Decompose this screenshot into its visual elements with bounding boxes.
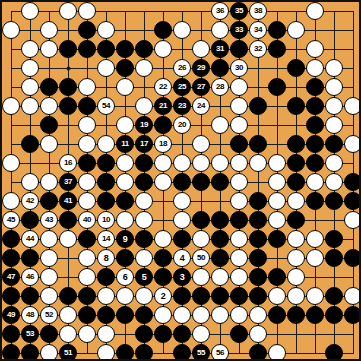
black-stone[interactable]: [59, 97, 77, 115]
white-stone[interactable]: 32: [249, 40, 267, 58]
white-stone[interactable]: [192, 306, 210, 324]
black-stone[interactable]: [325, 135, 343, 153]
white-stone[interactable]: [306, 230, 324, 248]
black-stone[interactable]: [268, 21, 286, 39]
black-stone[interactable]: 9: [116, 230, 134, 248]
move-number-label: 53: [26, 326, 34, 342]
black-stone[interactable]: [268, 40, 286, 58]
black-stone[interactable]: [135, 344, 153, 361]
black-stone[interactable]: [249, 287, 267, 305]
black-stone[interactable]: [173, 173, 191, 191]
black-stone[interactable]: [116, 306, 134, 324]
black-stone[interactable]: [173, 230, 191, 248]
white-stone[interactable]: [59, 325, 77, 343]
black-stone[interactable]: [173, 325, 191, 343]
white-stone[interactable]: [173, 306, 191, 324]
white-stone[interactable]: [192, 135, 210, 153]
black-stone[interactable]: [230, 287, 248, 305]
white-stone[interactable]: [211, 268, 229, 286]
black-stone[interactable]: [2, 325, 20, 343]
white-stone[interactable]: [154, 230, 172, 248]
black-stone[interactable]: [78, 21, 96, 39]
white-stone[interactable]: 56: [211, 344, 229, 361]
move-number-label: 45: [7, 212, 15, 228]
white-stone[interactable]: [192, 230, 210, 248]
move-number-label: 52: [45, 307, 53, 323]
black-stone[interactable]: [97, 192, 115, 210]
black-stone[interactable]: 53: [21, 325, 39, 343]
black-stone[interactable]: [268, 268, 286, 286]
white-stone[interactable]: [249, 325, 267, 343]
black-stone[interactable]: [59, 287, 77, 305]
black-stone[interactable]: [2, 249, 20, 267]
black-stone[interactable]: [325, 192, 343, 210]
white-stone[interactable]: [2, 192, 20, 210]
move-number-label: 42: [26, 193, 34, 209]
black-stone[interactable]: [306, 78, 324, 96]
black-stone[interactable]: [21, 249, 39, 267]
black-stone[interactable]: 25: [173, 78, 191, 96]
white-stone[interactable]: 44: [21, 230, 39, 248]
black-stone[interactable]: [21, 135, 39, 153]
white-stone[interactable]: [78, 325, 96, 343]
white-stone[interactable]: [97, 325, 115, 343]
go-board[interactable]: 3635383334313226293022252728542123241920…: [2, 2, 361, 361]
black-stone[interactable]: [306, 192, 324, 210]
white-stone[interactable]: [2, 21, 20, 39]
black-stone[interactable]: [211, 249, 229, 267]
white-stone[interactable]: [154, 173, 172, 191]
white-stone[interactable]: [268, 287, 286, 305]
move-number-label: 55: [197, 345, 205, 361]
white-stone[interactable]: 10: [97, 211, 115, 229]
white-stone[interactable]: [268, 344, 286, 361]
black-stone[interactable]: [249, 344, 267, 361]
move-number-label: 11: [121, 136, 128, 152]
black-stone[interactable]: [287, 306, 305, 324]
white-stone[interactable]: [2, 97, 20, 115]
black-stone[interactable]: [249, 192, 267, 210]
black-stone[interactable]: [268, 306, 286, 324]
white-stone[interactable]: [2, 154, 20, 172]
black-stone[interactable]: [325, 230, 343, 248]
black-stone[interactable]: [230, 135, 248, 153]
move-number-label: 37: [64, 174, 72, 190]
black-stone[interactable]: [173, 344, 191, 361]
white-stone[interactable]: [230, 173, 248, 191]
black-stone[interactable]: 35: [230, 2, 248, 20]
white-stone[interactable]: [135, 249, 153, 267]
white-stone[interactable]: [40, 287, 58, 305]
white-stone[interactable]: [268, 211, 286, 229]
white-stone[interactable]: [173, 192, 191, 210]
white-stone[interactable]: 24: [192, 97, 210, 115]
white-stone[interactable]: [325, 78, 343, 96]
black-stone[interactable]: [135, 230, 153, 248]
white-stone[interactable]: 14: [97, 230, 115, 248]
white-stone[interactable]: [230, 230, 248, 248]
black-stone[interactable]: [116, 249, 134, 267]
black-stone[interactable]: [135, 325, 153, 343]
white-stone[interactable]: [287, 287, 305, 305]
white-stone[interactable]: [192, 154, 210, 172]
move-number-label: 14: [102, 231, 110, 247]
black-stone[interactable]: [211, 230, 229, 248]
black-stone[interactable]: 23: [173, 97, 191, 115]
white-stone[interactable]: [40, 173, 58, 191]
white-stone[interactable]: [268, 154, 286, 172]
black-stone[interactable]: [325, 306, 343, 324]
white-stone[interactable]: [78, 249, 96, 267]
black-stone[interactable]: [249, 211, 267, 229]
white-stone[interactable]: [135, 192, 153, 210]
white-stone[interactable]: [306, 59, 324, 77]
black-stone[interactable]: [230, 211, 248, 229]
white-stone[interactable]: [21, 59, 39, 77]
black-stone[interactable]: [116, 40, 134, 58]
white-stone[interactable]: 45: [2, 211, 20, 229]
black-stone[interactable]: [97, 306, 115, 324]
white-stone[interactable]: 18: [154, 135, 172, 153]
black-stone[interactable]: [97, 154, 115, 172]
white-stone[interactable]: [230, 268, 248, 286]
go-board-screenshot: 3635383334313226293022252728542123241920…: [0, 0, 361, 361]
white-stone[interactable]: [249, 154, 267, 172]
white-stone[interactable]: [211, 21, 229, 39]
white-stone[interactable]: [78, 135, 96, 153]
white-stone[interactable]: [173, 21, 191, 39]
white-stone[interactable]: [344, 211, 361, 229]
move-number-label: 22: [159, 79, 167, 95]
white-stone[interactable]: 54: [97, 97, 115, 115]
black-stone[interactable]: [249, 249, 267, 267]
black-stone[interactable]: [78, 306, 96, 324]
black-stone[interactable]: [249, 135, 267, 153]
white-stone[interactable]: [116, 287, 134, 305]
white-stone[interactable]: 40: [78, 211, 96, 229]
white-stone[interactable]: [344, 287, 361, 305]
white-stone[interactable]: [97, 344, 115, 361]
white-stone[interactable]: 22: [154, 78, 172, 96]
black-stone[interactable]: [135, 173, 153, 191]
move-number-label: 5: [142, 269, 147, 285]
black-stone[interactable]: 29: [192, 59, 210, 77]
black-stone[interactable]: [344, 192, 361, 210]
white-stone[interactable]: 26: [173, 59, 191, 77]
white-stone[interactable]: [40, 135, 58, 153]
white-stone[interactable]: [230, 154, 248, 172]
black-stone[interactable]: [344, 249, 361, 267]
black-stone[interactable]: [325, 344, 343, 361]
black-stone[interactable]: 37: [59, 173, 77, 191]
white-stone[interactable]: [268, 173, 286, 191]
black-stone[interactable]: [211, 59, 229, 77]
white-stone[interactable]: 36: [211, 2, 229, 20]
white-stone[interactable]: [325, 97, 343, 115]
white-stone[interactable]: [21, 97, 39, 115]
black-stone[interactable]: [192, 211, 210, 229]
move-number-label: 49: [7, 307, 15, 323]
white-stone[interactable]: [287, 230, 305, 248]
move-number-label: 43: [45, 212, 53, 228]
black-stone[interactable]: [344, 306, 361, 324]
black-stone[interactable]: [116, 192, 134, 210]
white-stone[interactable]: [192, 268, 210, 286]
white-stone[interactable]: [230, 116, 248, 134]
black-stone[interactable]: [21, 211, 39, 229]
black-stone[interactable]: [306, 116, 324, 134]
black-stone[interactable]: [97, 268, 115, 286]
white-stone[interactable]: [135, 287, 153, 305]
white-stone[interactable]: 34: [249, 21, 267, 39]
white-stone[interactable]: [211, 154, 229, 172]
white-stone[interactable]: [21, 40, 39, 58]
white-stone[interactable]: [40, 230, 58, 248]
white-stone[interactable]: [135, 97, 153, 115]
white-stone[interactable]: [154, 154, 172, 172]
white-stone[interactable]: [97, 287, 115, 305]
move-number-label: 9: [123, 231, 128, 247]
white-stone[interactable]: [59, 230, 77, 248]
black-stone[interactable]: [97, 40, 115, 58]
black-stone[interactable]: [40, 116, 58, 134]
white-stone[interactable]: [97, 21, 115, 39]
white-stone[interactable]: [306, 173, 324, 191]
white-stone[interactable]: 2: [154, 287, 172, 305]
white-stone[interactable]: [116, 211, 134, 229]
black-stone[interactable]: [211, 173, 229, 191]
move-number-label: 46: [26, 269, 34, 285]
white-stone[interactable]: [78, 173, 96, 191]
white-stone[interactable]: [40, 40, 58, 58]
black-stone[interactable]: [287, 211, 305, 229]
black-stone[interactable]: [97, 173, 115, 191]
white-stone[interactable]: [154, 40, 172, 58]
white-stone[interactable]: [230, 97, 248, 115]
black-stone[interactable]: [325, 249, 343, 267]
black-stone[interactable]: [135, 154, 153, 172]
black-stone[interactable]: 5: [135, 268, 153, 286]
black-stone[interactable]: [78, 154, 96, 172]
move-number-label: 48: [26, 307, 34, 323]
white-stone[interactable]: 52: [40, 306, 58, 324]
black-stone[interactable]: [268, 230, 286, 248]
white-stone[interactable]: [268, 192, 286, 210]
black-stone[interactable]: [154, 116, 172, 134]
white-stone[interactable]: [116, 173, 134, 191]
white-stone[interactable]: [97, 59, 115, 77]
white-stone[interactable]: [78, 268, 96, 286]
white-stone[interactable]: [306, 2, 324, 20]
white-stone[interactable]: [325, 59, 343, 77]
white-stone[interactable]: [306, 249, 324, 267]
white-stone[interactable]: [97, 135, 115, 153]
black-stone[interactable]: [287, 173, 305, 191]
black-stone[interactable]: [192, 287, 210, 305]
black-stone[interactable]: [2, 230, 20, 248]
black-stone[interactable]: 33: [230, 21, 248, 39]
black-stone[interactable]: [287, 135, 305, 153]
black-stone[interactable]: [249, 268, 267, 286]
white-stone[interactable]: [40, 268, 58, 286]
white-stone[interactable]: [78, 78, 96, 96]
white-stone[interactable]: [116, 78, 134, 96]
black-stone[interactable]: [78, 40, 96, 58]
white-stone[interactable]: [40, 249, 58, 267]
black-stone[interactable]: [211, 287, 229, 305]
white-stone[interactable]: 6: [116, 268, 134, 286]
black-stone[interactable]: 27: [192, 78, 210, 96]
black-stone[interactable]: [59, 211, 77, 229]
black-stone[interactable]: [135, 306, 153, 324]
white-stone[interactable]: [78, 116, 96, 134]
move-number-label: 41: [64, 193, 72, 209]
white-stone[interactable]: [59, 2, 77, 20]
white-stone[interactable]: [325, 173, 343, 191]
move-number-label: 56: [216, 345, 224, 361]
white-stone[interactable]: [344, 97, 361, 115]
white-stone[interactable]: 43: [40, 211, 58, 229]
black-stone[interactable]: [21, 344, 39, 361]
white-stone[interactable]: [21, 78, 39, 96]
black-stone[interactable]: [344, 173, 361, 191]
black-stone[interactable]: 3: [173, 268, 191, 286]
black-stone[interactable]: [192, 173, 210, 191]
move-number-label: 8: [104, 250, 109, 266]
black-stone[interactable]: [2, 287, 20, 305]
white-stone[interactable]: [173, 154, 191, 172]
black-stone[interactable]: [287, 154, 305, 172]
white-stone[interactable]: [40, 97, 58, 115]
black-stone[interactable]: [59, 78, 77, 96]
white-stone[interactable]: [325, 116, 343, 134]
black-stone[interactable]: [230, 40, 248, 58]
move-number-label: 33: [235, 22, 243, 38]
white-stone[interactable]: [21, 173, 39, 191]
black-stone[interactable]: [21, 287, 39, 305]
black-stone[interactable]: [116, 344, 134, 361]
white-stone[interactable]: [287, 192, 305, 210]
black-stone[interactable]: 49: [2, 306, 20, 324]
black-stone[interactable]: [78, 97, 96, 115]
black-stone[interactable]: [154, 268, 172, 286]
white-stone[interactable]: [230, 78, 248, 96]
white-stone[interactable]: [116, 154, 134, 172]
black-stone[interactable]: 31: [211, 40, 229, 58]
white-stone[interactable]: [230, 249, 248, 267]
white-stone[interactable]: [211, 116, 229, 134]
move-number-label: 26: [178, 60, 186, 76]
move-number-label: 21: [159, 98, 167, 114]
black-stone[interactable]: [40, 78, 58, 96]
black-stone[interactable]: [154, 21, 172, 39]
black-stone[interactable]: [40, 192, 58, 210]
black-stone[interactable]: [249, 230, 267, 248]
black-stone[interactable]: [173, 287, 191, 305]
white-stone[interactable]: 16: [59, 154, 77, 172]
move-number-label: 54: [102, 98, 110, 114]
black-stone[interactable]: 41: [59, 192, 77, 210]
black-stone[interactable]: [211, 211, 229, 229]
white-stone[interactable]: [287, 21, 305, 39]
white-stone[interactable]: [116, 116, 134, 134]
black-stone[interactable]: [2, 344, 20, 361]
black-stone[interactable]: [59, 40, 77, 58]
white-stone[interactable]: [344, 135, 361, 153]
black-stone[interactable]: 19: [135, 116, 153, 134]
white-stone[interactable]: 8: [97, 249, 115, 267]
white-stone[interactable]: 30: [230, 59, 248, 77]
black-stone[interactable]: [325, 287, 343, 305]
white-stone[interactable]: [21, 2, 39, 20]
white-stone[interactable]: [230, 306, 248, 324]
black-stone[interactable]: [135, 40, 153, 58]
white-stone[interactable]: [173, 211, 191, 229]
white-stone[interactable]: 50: [192, 249, 210, 267]
black-stone[interactable]: [306, 306, 324, 324]
white-stone[interactable]: [78, 192, 96, 210]
black-stone[interactable]: [306, 154, 324, 172]
black-stone[interactable]: [78, 287, 96, 305]
black-stone[interactable]: 17: [135, 135, 153, 153]
white-stone[interactable]: [40, 344, 58, 361]
white-stone[interactable]: [135, 211, 153, 229]
white-stone[interactable]: [78, 2, 96, 20]
white-stone[interactable]: [40, 21, 58, 39]
white-stone[interactable]: [325, 154, 343, 172]
white-stone[interactable]: 20: [173, 116, 191, 134]
white-stone[interactable]: [192, 40, 210, 58]
black-stone[interactable]: [287, 97, 305, 115]
black-stone[interactable]: [249, 97, 267, 115]
move-number-label: 25: [178, 79, 186, 95]
white-stone[interactable]: [192, 325, 210, 343]
black-stone[interactable]: [116, 59, 134, 77]
black-stone[interactable]: [268, 78, 286, 96]
white-stone[interactable]: 48: [21, 306, 39, 324]
white-stone[interactable]: 28: [211, 78, 229, 96]
white-stone[interactable]: [230, 192, 248, 210]
white-stone[interactable]: [59, 306, 77, 324]
black-stone[interactable]: [230, 325, 248, 343]
black-stone[interactable]: 11: [116, 135, 134, 153]
black-stone[interactable]: [154, 249, 172, 267]
white-stone[interactable]: [135, 59, 153, 77]
white-stone[interactable]: 46: [21, 268, 39, 286]
white-stone[interactable]: 38: [249, 2, 267, 20]
black-stone[interactable]: [306, 135, 324, 153]
move-number-label: 24: [197, 98, 205, 114]
white-stone[interactable]: 42: [21, 192, 39, 210]
black-stone[interactable]: [78, 230, 96, 248]
black-stone[interactable]: [40, 325, 58, 343]
white-stone[interactable]: [211, 306, 229, 324]
black-stone[interactable]: 51: [59, 344, 77, 361]
black-stone[interactable]: [287, 59, 305, 77]
white-stone[interactable]: [154, 306, 172, 324]
white-stone[interactable]: 4: [173, 249, 191, 267]
white-stone[interactable]: [306, 287, 324, 305]
white-stone[interactable]: [306, 40, 324, 58]
black-stone[interactable]: 55: [192, 344, 210, 361]
white-stone[interactable]: [287, 249, 305, 267]
black-stone[interactable]: [154, 325, 172, 343]
black-stone[interactable]: 21: [154, 97, 172, 115]
black-stone[interactable]: [306, 97, 324, 115]
black-stone[interactable]: 47: [2, 268, 20, 286]
white-stone[interactable]: [287, 268, 305, 286]
white-stone[interactable]: [249, 306, 267, 324]
